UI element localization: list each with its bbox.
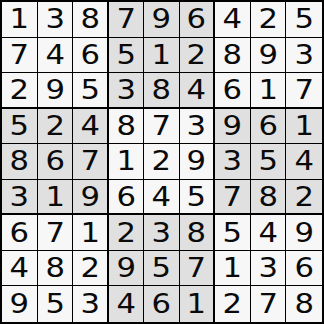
digit-r7c5: 3 [152,220,172,246]
cell-r6c8[interactable]: 8 [251,180,287,216]
digit-r7c4: 2 [116,220,136,246]
cell-r3c9[interactable]: 7 [286,73,322,109]
sudoku-app: 1387964257465128932953846175248739618671… [0,0,324,324]
cell-r8c2[interactable]: 8 [38,251,74,287]
digit-r4c8: 6 [258,113,278,139]
cell-r7c2[interactable]: 7 [38,215,74,251]
digit-r8c6: 7 [187,255,207,281]
cell-r9c1[interactable]: 9 [2,286,38,322]
digit-r4c1: 5 [10,113,30,139]
cell-r9c4[interactable]: 4 [109,286,145,322]
cell-r8c7[interactable]: 1 [215,251,251,287]
cell-r5c8[interactable]: 5 [251,144,287,180]
digit-r4c4: 8 [116,113,136,139]
digit-r5c7: 3 [223,148,243,174]
cell-r7c4[interactable]: 2 [109,215,145,251]
digit-r1c1: 1 [10,6,30,32]
cell-r7c7[interactable]: 5 [215,215,251,251]
cell-r5c4[interactable]: 1 [109,144,145,180]
digit-r5c4: 1 [116,148,136,174]
cell-r4c2[interactable]: 2 [38,109,74,145]
cell-r2c2[interactable]: 4 [38,38,74,74]
cell-r6c5[interactable]: 4 [144,180,180,216]
cell-r7c1[interactable]: 6 [2,215,38,251]
digit-r1c4: 7 [116,6,136,32]
cell-r5c2[interactable]: 6 [38,144,74,180]
cell-r1c2[interactable]: 3 [38,2,74,38]
cell-r5c9[interactable]: 4 [286,144,322,180]
digit-r9c6: 1 [187,291,207,317]
cell-r2c8[interactable]: 9 [251,38,287,74]
digit-r5c5: 2 [152,148,172,174]
cell-r5c5[interactable]: 2 [144,144,180,180]
digit-r4c6: 3 [187,113,207,139]
digit-r6c3: 9 [80,184,100,210]
digit-r3c7: 6 [223,77,243,103]
cell-r7c9[interactable]: 9 [286,215,322,251]
digit-r2c2: 4 [45,42,65,68]
sudoku-board: 1387964257465128932953846175248739618671… [0,0,324,324]
digit-r3c8: 1 [258,77,278,103]
cell-r7c3[interactable]: 1 [73,215,109,251]
digit-r5c1: 8 [10,148,30,174]
cell-r7c6[interactable]: 8 [180,215,216,251]
cell-r1c3[interactable]: 8 [73,2,109,38]
cell-r6c1[interactable]: 3 [2,180,38,216]
digit-r8c4: 9 [116,255,136,281]
cell-r1c5[interactable]: 9 [144,2,180,38]
cell-r2c5[interactable]: 1 [144,38,180,74]
cell-r6c4[interactable]: 6 [109,180,145,216]
digit-r6c9: 2 [294,184,314,210]
digit-r4c2: 2 [45,113,65,139]
digit-r2c3: 6 [80,42,100,68]
cell-r4c5[interactable]: 7 [144,109,180,145]
digit-r9c8: 7 [258,291,278,317]
digit-r1c3: 8 [80,6,100,32]
cell-r5c7[interactable]: 3 [215,144,251,180]
cell-r8c3[interactable]: 2 [73,251,109,287]
cell-r8c9[interactable]: 6 [286,251,322,287]
cell-r7c5[interactable]: 3 [144,215,180,251]
digit-r5c9: 4 [294,148,314,174]
digit-r9c5: 6 [152,291,172,317]
digit-r2c1: 7 [10,42,30,68]
cell-r7c8[interactable]: 4 [251,215,287,251]
cell-r3c2[interactable]: 9 [38,73,74,109]
digit-r8c8: 3 [258,255,278,281]
digit-r6c8: 8 [258,184,278,210]
digit-r7c6: 8 [187,220,207,246]
digit-r8c7: 1 [223,255,243,281]
cell-r3c6[interactable]: 4 [180,73,216,109]
digit-r8c9: 6 [294,255,314,281]
digit-r3c3: 5 [80,77,100,103]
digit-r6c4: 6 [116,184,136,210]
cell-r8c5[interactable]: 5 [144,251,180,287]
digit-r8c3: 2 [80,255,100,281]
digit-r3c5: 8 [152,77,172,103]
digit-r3c9: 7 [294,77,314,103]
cell-r6c7[interactable]: 7 [215,180,251,216]
cell-r2c7[interactable]: 8 [215,38,251,74]
digit-r4c7: 9 [223,113,243,139]
cell-r8c1[interactable]: 4 [2,251,38,287]
digit-r8c2: 8 [45,255,65,281]
cell-r6c3[interactable]: 9 [73,180,109,216]
digit-r8c5: 5 [152,255,172,281]
cell-r1c6[interactable]: 6 [180,2,216,38]
cell-r6c2[interactable]: 1 [38,180,74,216]
digit-r2c6: 2 [187,42,207,68]
cell-r5c1[interactable]: 8 [2,144,38,180]
cell-r3c3[interactable]: 5 [73,73,109,109]
cell-r6c9[interactable]: 2 [286,180,322,216]
cell-r4c3[interactable]: 4 [73,109,109,145]
digit-r4c3: 4 [80,113,100,139]
cell-r8c8[interactable]: 3 [251,251,287,287]
cell-r3c5[interactable]: 8 [144,73,180,109]
cell-r3c8[interactable]: 1 [251,73,287,109]
digit-r8c1: 4 [10,255,30,281]
digit-r2c9: 3 [294,42,314,68]
digit-r2c8: 9 [258,42,278,68]
digit-r1c2: 3 [45,6,65,32]
digit-r4c5: 7 [152,113,172,139]
cell-r1c9[interactable]: 5 [286,2,322,38]
digit-r6c5: 4 [152,184,172,210]
cell-r6c6[interactable]: 5 [180,180,216,216]
cell-r9c6[interactable]: 1 [180,286,216,322]
digit-r7c3: 1 [80,220,100,246]
digit-r9c1: 9 [10,291,30,317]
cell-r1c4[interactable]: 7 [109,2,145,38]
digit-r3c2: 9 [45,77,65,103]
cell-r4c7[interactable]: 9 [215,109,251,145]
cell-r4c1[interactable]: 5 [2,109,38,145]
digit-r7c1: 6 [10,220,30,246]
cell-r4c8[interactable]: 6 [251,109,287,145]
digit-r5c6: 9 [187,148,207,174]
digit-r2c4: 5 [116,42,136,68]
digit-r5c8: 5 [258,148,278,174]
digit-r7c2: 7 [45,220,65,246]
cell-r9c7[interactable]: 2 [215,286,251,322]
digit-r7c7: 5 [223,220,243,246]
digit-r2c7: 8 [223,42,243,68]
cell-r9c8[interactable]: 7 [251,286,287,322]
cell-r2c6[interactable]: 2 [180,38,216,74]
cell-r9c5[interactable]: 6 [144,286,180,322]
digit-r6c2: 1 [45,184,65,210]
digit-r6c6: 5 [187,184,207,210]
digit-r1c7: 4 [223,6,243,32]
digit-r2c5: 1 [152,42,172,68]
digit-r3c4: 3 [116,77,136,103]
digit-r1c9: 5 [294,6,314,32]
digit-r9c4: 4 [116,291,136,317]
cell-r3c4[interactable]: 3 [109,73,145,109]
digit-r6c7: 7 [223,184,243,210]
digit-r5c2: 6 [45,148,65,174]
digit-r7c9: 9 [294,220,314,246]
cell-r2c4[interactable]: 5 [109,38,145,74]
digit-r1c8: 2 [258,6,278,32]
cell-r4c9[interactable]: 1 [286,109,322,145]
cell-r3c7[interactable]: 6 [215,73,251,109]
cell-r8c4[interactable]: 9 [109,251,145,287]
cell-r4c4[interactable]: 8 [109,109,145,145]
digit-r9c3: 3 [80,291,100,317]
digit-r9c2: 5 [45,291,65,317]
cell-r5c3[interactable]: 7 [73,144,109,180]
cell-r8c6[interactable]: 7 [180,251,216,287]
cell-r1c7[interactable]: 4 [215,2,251,38]
digit-r5c3: 7 [80,148,100,174]
digit-r4c9: 1 [294,113,314,139]
cell-r2c9[interactable]: 3 [286,38,322,74]
cell-r1c1[interactable]: 1 [2,2,38,38]
cell-r9c9[interactable]: 8 [286,286,322,322]
cell-r9c2[interactable]: 5 [38,286,74,322]
digit-r7c8: 4 [258,220,278,246]
digit-r3c6: 4 [187,77,207,103]
digit-r9c7: 2 [223,291,243,317]
digit-r6c1: 3 [10,184,30,210]
digit-r9c9: 8 [294,291,314,317]
cell-r5c6[interactable]: 9 [180,144,216,180]
cell-r2c1[interactable]: 7 [2,38,38,74]
cell-r3c1[interactable]: 2 [2,73,38,109]
digit-r1c6: 6 [187,6,207,32]
cell-r9c3[interactable]: 3 [73,286,109,322]
digit-r3c1: 2 [10,77,30,103]
cell-r4c6[interactable]: 3 [180,109,216,145]
cell-r1c8[interactable]: 2 [251,2,287,38]
digit-r1c5: 9 [152,6,172,32]
cell-r2c3[interactable]: 6 [73,38,109,74]
